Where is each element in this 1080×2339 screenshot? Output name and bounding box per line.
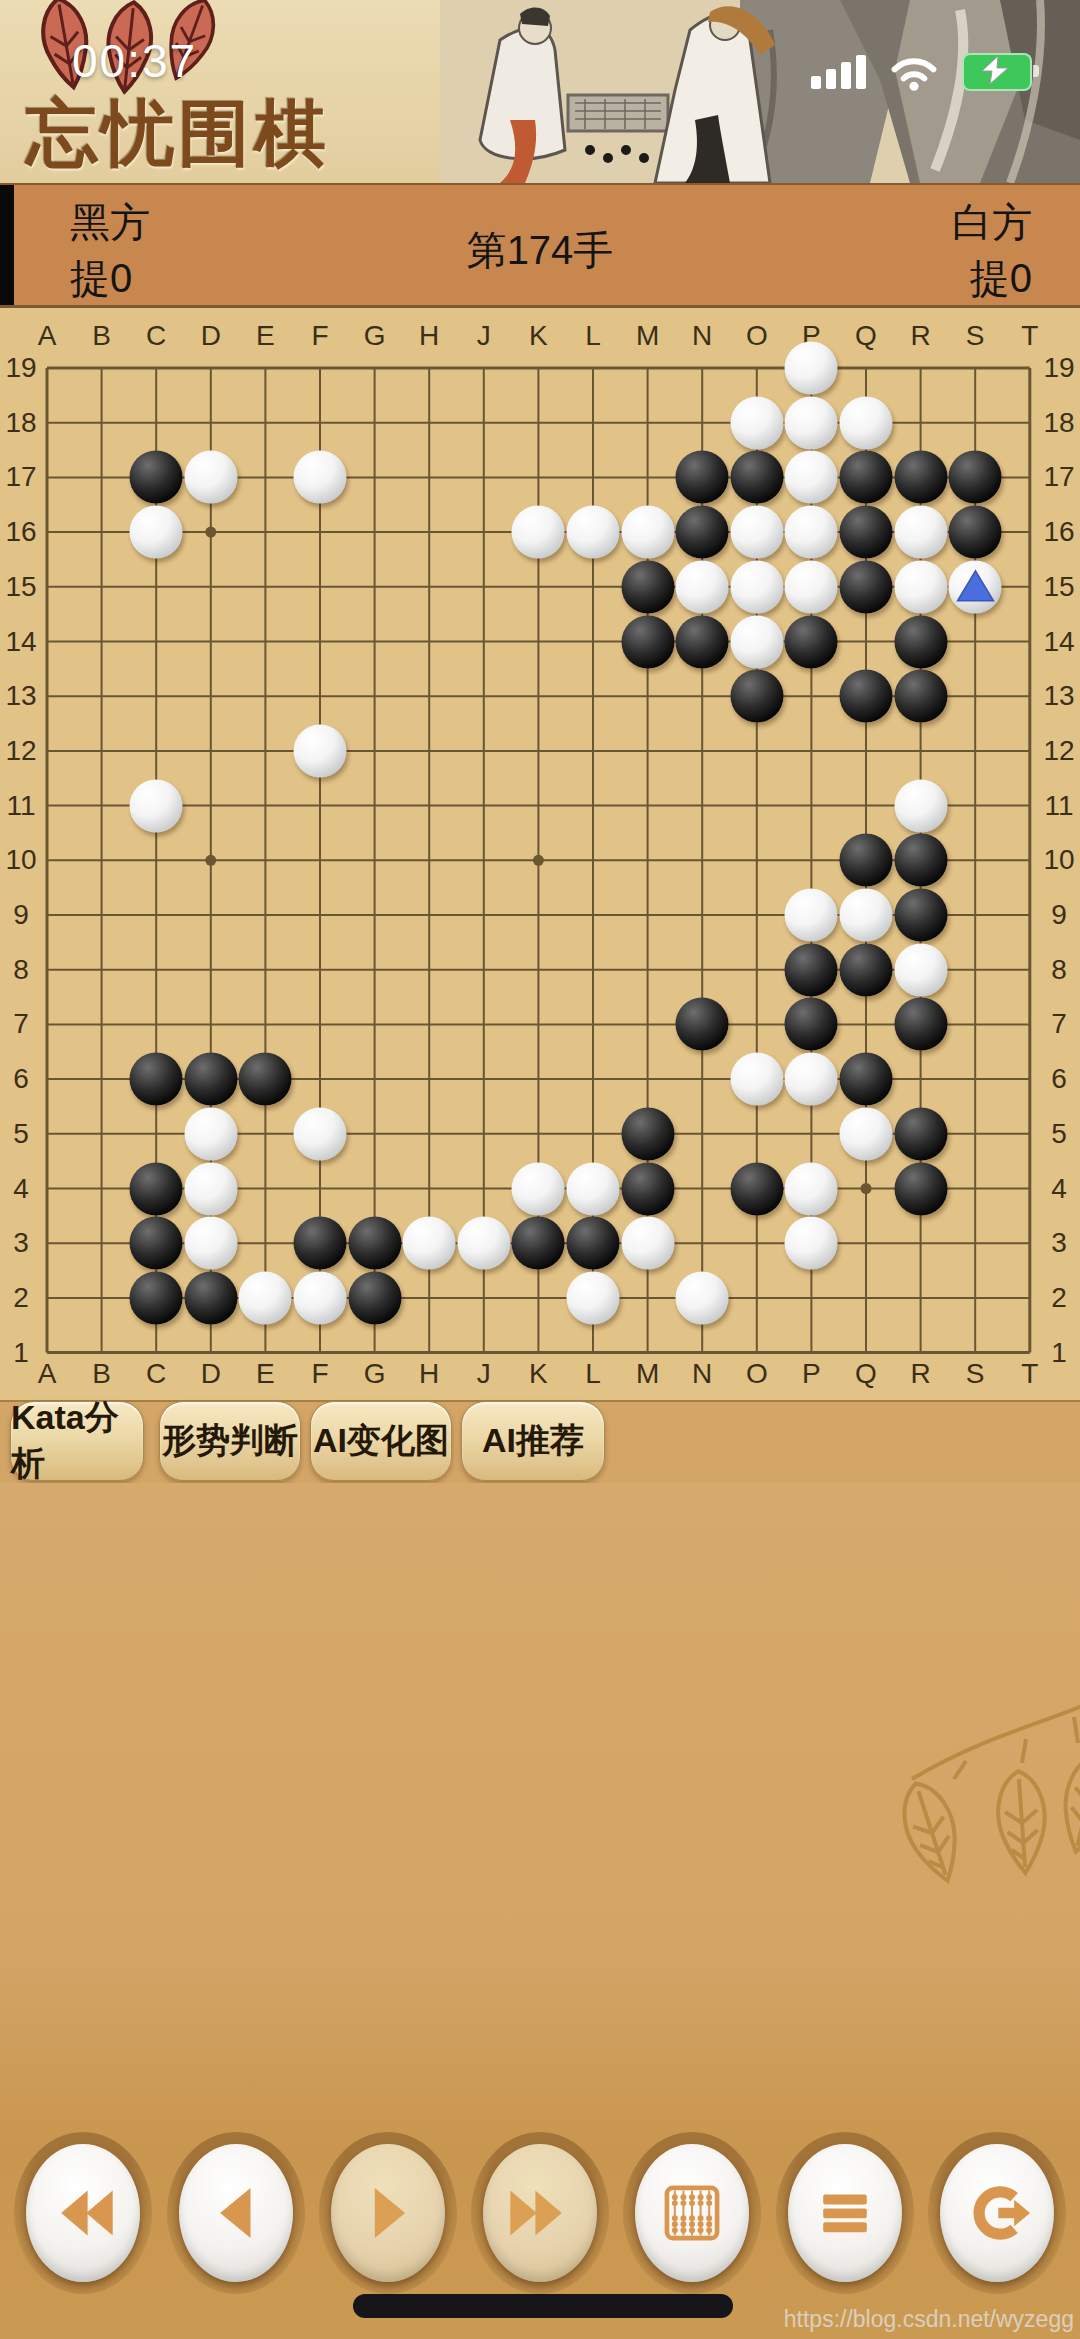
black-stone-C6: [130, 1053, 183, 1106]
black-stone-R9: [894, 889, 947, 942]
wifi-icon: [888, 52, 940, 92]
black-stone-N7: [676, 998, 729, 1051]
white-stone-K16: [512, 506, 565, 559]
white-stone-D17: [184, 451, 237, 504]
black-stone-Q17: [840, 451, 893, 504]
black-stone-G2: [348, 1271, 401, 1324]
black-stone-C2: [130, 1271, 183, 1324]
coord-label-bottom: F: [298, 1358, 342, 1390]
black-stone-G3: [348, 1217, 401, 1270]
white-stone-D4: [184, 1162, 237, 1215]
coord-label-bottom: R: [899, 1358, 943, 1390]
coord-label-top: S: [953, 320, 997, 352]
game-info-bar: 黑方 提0 第174手 白方 提0: [0, 183, 1080, 309]
right-triangle-icon: [355, 2180, 421, 2246]
coord-label-top: N: [680, 320, 724, 352]
coord-label-left: 3: [0, 1227, 43, 1259]
coord-label-bottom: O: [735, 1358, 779, 1390]
action-button-2[interactable]: 形势判断: [159, 1401, 301, 1481]
coord-label-right: 11: [1037, 790, 1080, 822]
white-stone-P18: [785, 396, 838, 449]
black-stone-R17: [894, 451, 947, 504]
white-stone-Q5: [840, 1107, 893, 1160]
white-stone-S15: [949, 560, 1002, 613]
menu-bars-icon: [812, 2180, 878, 2246]
white-stone-Q9: [840, 889, 893, 942]
black-stone-R7: [894, 998, 947, 1051]
redo-arrow-icon: [964, 2180, 1030, 2246]
white-stone-F17: [294, 451, 347, 504]
header: 00:37 忘忧围棋: [0, 0, 1080, 183]
black-stone-O17: [730, 451, 783, 504]
coord-label-top: B: [80, 320, 124, 352]
coord-label-bottom: H: [407, 1358, 451, 1390]
white-stone-D5: [184, 1107, 237, 1160]
black-stone-O4: [730, 1162, 783, 1215]
black-stone-S17: [949, 451, 1002, 504]
white-stone-C11: [130, 779, 183, 832]
coord-label-left: 13: [0, 680, 43, 712]
home-indicator[interactable]: [353, 2294, 733, 2318]
coord-label-left: 1: [0, 1337, 43, 1369]
coord-label-right: 9: [1037, 899, 1080, 931]
double-left-triangle-icon: [50, 2180, 116, 2246]
black-stone-N14: [676, 615, 729, 668]
coord-label-top: C: [134, 320, 178, 352]
white-stone-F5: [294, 1107, 347, 1160]
black-stone-R4: [894, 1162, 947, 1215]
black-stone-R14: [894, 615, 947, 668]
black-stone-P14: [785, 615, 838, 668]
coord-label-bottom: L: [571, 1358, 615, 1390]
white-stone-F2: [294, 1271, 347, 1324]
coord-label-right: 14: [1037, 626, 1080, 658]
black-stone-Q13: [840, 670, 893, 723]
coord-label-bottom: N: [680, 1358, 724, 1390]
white-stone-O14: [730, 615, 783, 668]
coord-label-top: O: [735, 320, 779, 352]
coord-label-top: L: [571, 320, 615, 352]
action-button-1[interactable]: Kata分析: [10, 1401, 144, 1481]
step-back-button[interactable]: [179, 2144, 293, 2282]
coord-label-bottom: Q: [844, 1358, 888, 1390]
black-stone-C4: [130, 1162, 183, 1215]
to-end-button-slot: [471, 2132, 609, 2294]
black-stone-R13: [894, 670, 947, 723]
white-stone-J3: [457, 1217, 510, 1270]
step-back-button-slot: [167, 2132, 305, 2294]
star-point: [861, 1183, 872, 1194]
white-stone-P15: [785, 560, 838, 613]
coord-label-top: A: [25, 320, 69, 352]
white-stone-E2: [239, 1271, 292, 1324]
go-board[interactable]: AABBCCDDEEFFGGHHJJKKLLMMNNOOPPQQRRSSTT19…: [0, 305, 1080, 1402]
black-stone-L3: [567, 1217, 620, 1270]
white-stone-C16: [130, 506, 183, 559]
coord-label-left: 12: [0, 735, 43, 767]
coord-label-top: G: [353, 320, 397, 352]
white-stone-F12: [294, 724, 347, 777]
cellular-signal-icon: [811, 55, 866, 89]
black-stone-Q10: [840, 834, 893, 887]
white-stone-L2: [567, 1271, 620, 1324]
clock-time: 00:37: [72, 34, 197, 88]
black-stone-Q8: [840, 943, 893, 996]
coord-label-right: 18: [1037, 407, 1080, 439]
black-stone-M15: [621, 560, 674, 613]
coord-label-top: E: [243, 320, 287, 352]
coord-label-left: 5: [0, 1118, 43, 1150]
black-stone-C3: [130, 1217, 183, 1270]
white-stone-M16: [621, 506, 674, 559]
white-stone-O18: [730, 396, 783, 449]
left-triangle-icon: [203, 2180, 269, 2246]
coord-label-right: 8: [1037, 954, 1080, 986]
black-stone-Q15: [840, 560, 893, 613]
coord-label-bottom: D: [189, 1358, 233, 1390]
count-button[interactable]: [635, 2144, 749, 2282]
coord-label-left: 9: [0, 899, 43, 931]
menu-button-slot: [776, 2132, 914, 2294]
coord-label-left: 18: [0, 407, 43, 439]
black-stone-Q16: [840, 506, 893, 559]
pass-button[interactable]: [940, 2144, 1054, 2282]
coord-label-left: 15: [0, 571, 43, 603]
coord-label-left: 8: [0, 954, 43, 986]
coord-label-left: 11: [0, 790, 43, 822]
coord-label-right: 5: [1037, 1118, 1080, 1150]
black-stone-E6: [239, 1053, 292, 1106]
white-stone-K4: [512, 1162, 565, 1215]
leaf-outline-decoration: [816, 1683, 1080, 1933]
white-stone-Q18: [840, 396, 893, 449]
coord-label-bottom: G: [353, 1358, 397, 1390]
coord-label-top: R: [899, 320, 943, 352]
coord-label-top: H: [407, 320, 451, 352]
coord-label-bottom: J: [462, 1358, 506, 1390]
black-stone-P7: [785, 998, 838, 1051]
white-stone-O16: [730, 506, 783, 559]
double-right-triangle-icon: [507, 2180, 573, 2246]
coord-label-left: 10: [0, 844, 43, 876]
white-stone-N15: [676, 560, 729, 613]
coord-label-right: 12: [1037, 735, 1080, 767]
move-number: 第174手: [0, 223, 1080, 278]
black-stone-D6: [184, 1053, 237, 1106]
coord-label-left: 17: [0, 461, 43, 493]
abacus-icon: [659, 2180, 725, 2246]
coord-label-left: 4: [0, 1173, 43, 1205]
coord-label-right: 6: [1037, 1063, 1080, 1095]
white-player-label: 白方: [952, 195, 1032, 250]
status-icons: [811, 52, 1032, 92]
white-stone-R16: [894, 506, 947, 559]
black-stone-N17: [676, 451, 729, 504]
black-stone-P8: [785, 943, 838, 996]
to-start-button-slot: [14, 2132, 152, 2294]
white-stone-L4: [567, 1162, 620, 1215]
star-point: [205, 855, 216, 866]
black-stone-N16: [676, 506, 729, 559]
star-point: [533, 855, 544, 866]
white-captures-count: 提0: [970, 251, 1032, 306]
black-stone-K3: [512, 1217, 565, 1270]
coord-label-right: 10: [1037, 844, 1080, 876]
coord-label-bottom: S: [953, 1358, 997, 1390]
white-stone-M3: [621, 1217, 674, 1270]
coord-label-bottom: E: [243, 1358, 287, 1390]
analysis-button-bar: Kata分析形势判断AI变化图AI推荐: [0, 1397, 1080, 1483]
black-stone-Q6: [840, 1053, 893, 1106]
coord-label-top: K: [516, 320, 560, 352]
coord-label-top: T: [1008, 320, 1052, 352]
white-stone-P6: [785, 1053, 838, 1106]
coord-label-left: 16: [0, 516, 43, 548]
white-stone-O15: [730, 560, 783, 613]
coord-label-left: 14: [0, 626, 43, 658]
star-point: [205, 527, 216, 538]
pass-button-slot: [928, 2132, 1066, 2294]
black-stone-R10: [894, 834, 947, 887]
coord-label-left: 19: [0, 352, 43, 384]
menu-button[interactable]: [788, 2144, 902, 2282]
coord-label-top: D: [189, 320, 233, 352]
to-start-button[interactable]: [26, 2144, 140, 2282]
black-stone-O13: [730, 670, 783, 723]
white-stone-N2: [676, 1271, 729, 1324]
white-stone-P3: [785, 1217, 838, 1270]
coord-label-right: 4: [1037, 1173, 1080, 1205]
coord-label-top: M: [626, 320, 670, 352]
black-stone-M5: [621, 1107, 674, 1160]
black-stone-D2: [184, 1271, 237, 1324]
coord-label-left: 6: [0, 1063, 43, 1095]
coord-label-left: 7: [0, 1008, 43, 1040]
white-stone-R8: [894, 943, 947, 996]
action-button-3[interactable]: AI变化图: [310, 1401, 452, 1481]
black-stone-R5: [894, 1107, 947, 1160]
last-move-triangle-marker: [955, 568, 995, 604]
coord-label-bottom: B: [80, 1358, 124, 1390]
coord-label-top: J: [462, 320, 506, 352]
white-stone-P16: [785, 506, 838, 559]
coord-label-right: 7: [1037, 1008, 1080, 1040]
black-stone-M14: [621, 615, 674, 668]
step-forward-button[interactable]: [331, 2144, 445, 2282]
coord-label-right: 15: [1037, 571, 1080, 603]
white-stone-P9: [785, 889, 838, 942]
coord-label-bottom: M: [626, 1358, 670, 1390]
count-button-slot: [623, 2132, 761, 2294]
coord-label-right: 2: [1037, 1282, 1080, 1314]
white-stone-D3: [184, 1217, 237, 1270]
navigation-toolbar: [0, 2128, 1080, 2298]
app-screen: 00:37 忘忧围棋 黑方 提0 第174手 白方: [0, 0, 1080, 2339]
to-end-button[interactable]: [483, 2144, 597, 2282]
white-stone-R11: [894, 779, 947, 832]
coord-label-top: F: [298, 320, 342, 352]
white-stone-O6: [730, 1053, 783, 1106]
coord-label-right: 19: [1037, 352, 1080, 384]
app-logo: 忘忧围棋: [26, 86, 330, 182]
coord-label-left: 2: [0, 1282, 43, 1314]
white-stone-P17: [785, 451, 838, 504]
step-forward-button-slot: [319, 2132, 457, 2294]
coord-label-right: 3: [1037, 1227, 1080, 1259]
white-stone-R15: [894, 560, 947, 613]
coord-label-bottom: P: [789, 1358, 833, 1390]
white-stone-H3: [403, 1217, 456, 1270]
watermark-url: https://blog.csdn.net/wyzegg: [784, 2306, 1074, 2333]
coord-label-right: 17: [1037, 461, 1080, 493]
battery-charging-icon: [962, 53, 1032, 91]
action-button-4[interactable]: AI推荐: [461, 1401, 605, 1481]
coord-label-top: Q: [844, 320, 888, 352]
white-stone-P19: [785, 342, 838, 395]
coord-label-bottom: C: [134, 1358, 178, 1390]
white-stone-P4: [785, 1162, 838, 1215]
coord-label-bottom: K: [516, 1358, 560, 1390]
coord-label-right: 16: [1037, 516, 1080, 548]
black-stone-M4: [621, 1162, 674, 1215]
coord-label-right: 13: [1037, 680, 1080, 712]
black-stone-S16: [949, 506, 1002, 559]
coord-label-right: 1: [1037, 1337, 1080, 1369]
black-stone-F3: [294, 1217, 347, 1270]
black-stone-C17: [130, 451, 183, 504]
white-stone-L16: [567, 506, 620, 559]
